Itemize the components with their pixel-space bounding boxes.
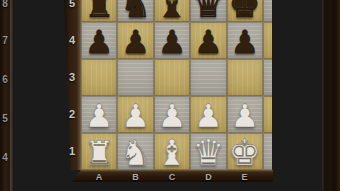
square-c5[interactable]: ♝ <box>154 0 190 22</box>
square-b5[interactable]: ♞ <box>117 0 153 22</box>
file-label-e: E <box>238 172 252 182</box>
outer-wood-strip-right <box>322 0 340 191</box>
square-f1[interactable] <box>263 133 272 170</box>
piece-white-knight[interactable]: ♞ <box>120 133 151 171</box>
square-b3[interactable] <box>117 59 153 96</box>
square-d4[interactable]: ♟ <box>190 22 226 59</box>
piece-black-pawn[interactable]: ♟ <box>158 23 187 61</box>
outer-wood-strip-left-edge <box>10 0 13 191</box>
piece-black-pawn[interactable]: ♟ <box>194 23 223 61</box>
piece-white-pawn[interactable]: ♟ <box>158 97 187 135</box>
square-c3[interactable] <box>154 59 190 96</box>
square-f2[interactable] <box>263 96 272 133</box>
file-label-d: D <box>202 172 216 182</box>
square-e3[interactable] <box>227 59 263 96</box>
square-e5[interactable]: ♚ <box>227 0 263 22</box>
square-a2[interactable]: ♟ <box>81 96 117 133</box>
square-a3[interactable] <box>81 59 117 96</box>
square-d3[interactable] <box>190 59 226 96</box>
piece-white-queen[interactable]: ♛ <box>192 132 224 170</box>
file-label-a: A <box>92 172 106 182</box>
piece-white-pawn[interactable]: ♟ <box>230 97 259 135</box>
square-e1[interactable]: ♚ <box>227 133 263 170</box>
outer-rank-label-8: 8 <box>0 0 10 10</box>
square-a4[interactable]: ♟ <box>81 22 117 59</box>
square-c4[interactable]: ♟ <box>154 22 190 59</box>
outer-rank-label-5: 5 <box>0 113 10 125</box>
piece-white-pawn[interactable]: ♟ <box>121 97 150 135</box>
square-e2[interactable]: ♟ <box>227 96 263 133</box>
rank-label-3: 3 <box>64 71 80 84</box>
square-d5[interactable]: ♛ <box>190 0 226 22</box>
board-grid: ♜♞♝♛♚♟♟♟♟♟♟♟♟♟♟♜♞♝♛♚ <box>81 0 272 170</box>
piece-black-pawn[interactable]: ♟ <box>121 23 150 61</box>
square-f3[interactable] <box>263 59 272 96</box>
square-a5[interactable]: ♜ <box>81 0 117 22</box>
piece-white-king[interactable]: ♚ <box>229 132 261 170</box>
file-label-c: C <box>165 172 179 182</box>
piece-black-pawn[interactable]: ♟ <box>85 23 114 61</box>
outer-rank-label-7: 7 <box>0 35 10 47</box>
rank-label-4: 4 <box>64 34 80 47</box>
piece-white-pawn[interactable]: ♟ <box>85 97 114 135</box>
square-a1[interactable]: ♜ <box>81 133 117 170</box>
square-f4[interactable] <box>263 22 272 59</box>
file-label-b: B <box>129 172 143 182</box>
piece-black-pawn[interactable]: ♟ <box>230 23 259 61</box>
rank-label-2: 2 <box>64 108 80 121</box>
piece-white-rook[interactable]: ♜ <box>84 133 114 171</box>
square-d2[interactable]: ♟ <box>190 96 226 133</box>
piece-white-bishop[interactable]: ♝ <box>156 132 188 170</box>
square-e4[interactable]: ♟ <box>227 22 263 59</box>
square-f5[interactable] <box>263 0 272 22</box>
square-c1[interactable]: ♝ <box>154 133 190 170</box>
rank-label-5: 5 <box>64 0 80 10</box>
piece-black-knight[interactable]: ♞ <box>120 0 151 25</box>
square-b4[interactable]: ♟ <box>117 22 153 59</box>
outer-rank-label-6: 6 <box>0 74 10 86</box>
rank-label-1: 1 <box>64 145 80 158</box>
piece-white-pawn[interactable]: ♟ <box>194 97 223 135</box>
square-b1[interactable]: ♞ <box>117 133 153 170</box>
square-c2[interactable]: ♟ <box>154 96 190 133</box>
outer-rank-label-4: 4 <box>0 152 10 164</box>
square-b2[interactable]: ♟ <box>117 96 153 133</box>
square-d1[interactable]: ♛ <box>190 133 226 170</box>
chess-board: ♜♞♝♛♚♟♟♟♟♟♟♟♟♟♟♜♞♝♛♚ <box>81 0 272 170</box>
piece-black-rook[interactable]: ♜ <box>84 0 114 25</box>
